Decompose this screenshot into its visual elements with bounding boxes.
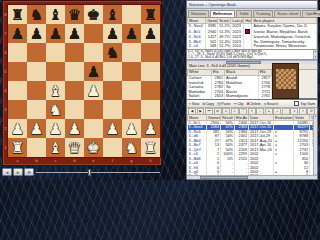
white-bishop[interactable]: ♝ [49,138,62,157]
square-a8[interactable]: ♜ [8,5,27,24]
square-e5[interactable]: ♟ [84,62,103,81]
square-b7[interactable]: ♟ [27,24,46,43]
delete-label: Delete [250,102,260,106]
square-a7[interactable]: ♟ [8,24,27,43]
filter-icon[interactable]: ♙ [265,108,273,115]
black-pawn[interactable]: ♟ [49,24,62,43]
black-pawn[interactable]: ♟ [87,62,100,81]
black-rook[interactable]: ♜ [11,5,24,24]
filter-icon[interactable]: − [282,108,290,115]
square-e8[interactable]: ♚ [84,5,103,24]
hot-icon [245,29,250,34]
black-queen[interactable]: ♛ [68,5,81,24]
move-cell: 3...Bc5 [188,29,206,36]
copy-label: Copy [206,102,214,106]
square-a3[interactable] [8,100,27,119]
clip-icon: ✂ [234,101,237,106]
tab-notation[interactable]: Notation [188,10,209,17]
black-knight[interactable]: ♞ [106,43,119,62]
square-d6[interactable] [65,43,84,62]
tab-openings-book[interactable]: Openings Book [302,10,320,17]
board-nav-back-button[interactable]: ◂ [2,168,12,176]
square-h3[interactable] [141,100,160,119]
square-b4[interactable] [27,81,46,100]
piece-filter-toolbar: ◀▶⏮⏭♔♕♖♗♘♙+−±×⟳ [187,108,317,115]
square-f5[interactable] [103,62,122,81]
square-c8[interactable]: ♝ [46,5,65,24]
square-a2[interactable]: ♟ [8,119,27,138]
square-h5[interactable] [141,62,160,81]
square-d2[interactable]: ♟ [65,119,84,138]
square-c6[interactable] [46,43,65,62]
square-d4[interactable] [65,81,84,100]
filter-icon[interactable]: ◀ [188,108,196,115]
white-pawn[interactable]: ♟ [68,119,81,138]
new-label: New [192,102,199,106]
filter-icon[interactable]: ⟳ [307,108,315,115]
square-g3[interactable] [122,100,141,119]
white-king[interactable]: ♚ [87,138,100,157]
paste-label: Paste [221,102,230,106]
white-pawn[interactable]: ♟ [125,119,138,138]
search-button[interactable]: ●Search [264,101,278,106]
filter-icon[interactable]: × [299,108,307,115]
square-b8[interactable]: ♞ [27,5,46,24]
square-d5[interactable] [65,62,84,81]
square-a4[interactable] [8,81,27,100]
copy-button[interactable]: ⧉Copy [202,101,214,106]
square-h8[interactable]: ♜ [141,5,160,24]
square-f8[interactable]: ♝ [103,5,122,24]
square-e7[interactable] [84,24,103,43]
filter-icon[interactable]: ♗ [248,108,256,115]
tab-table[interactable]: Table [236,10,252,17]
board-nav-play-button[interactable]: ➤ [24,168,34,176]
white-knight[interactable]: ♞ [125,138,138,157]
square-f3[interactable] [103,100,122,119]
white-pawn[interactable]: ♟ [106,119,119,138]
book-moves-table: MoveGamesResultElo-AvDateEvaluationVisit… [187,115,316,179]
square-h7[interactable]: ♟ [141,24,160,43]
filter-icon[interactable]: ♖ [239,108,247,115]
chess-board[interactable]: ♜♞♝♛♚♝♜♟♟♟♟♟♟♟♞♟♝♟♞♟♟♟♟♟♟♟♜♝♛♚♞♜ [8,5,160,157]
new-icon: ★ [188,101,192,106]
paste-button[interactable]: ▤Paste [217,101,230,106]
white-pawn[interactable]: ♟ [87,81,100,100]
square-g1[interactable]: ♞ [122,138,141,157]
white-pawn[interactable]: ♟ [11,119,24,138]
square-c1[interactable]: ♝ [46,138,65,157]
filter-icon[interactable]: ♘ [256,108,264,115]
black-pawn[interactable]: ♟ [106,24,119,43]
variations-vscroll[interactable]: ▲▼ [313,50,317,59]
black-knight[interactable]: ♞ [30,5,43,24]
square-a5[interactable] [8,62,27,81]
white-rook[interactable]: ♜ [11,138,24,157]
black-bishop[interactable]: ♝ [106,5,119,24]
square-h6[interactable] [141,43,160,62]
players-cell: Adams, Karjakin, Djamic, Div, D [252,24,317,29]
last-played-cell: 2023 [231,29,244,36]
square-f6[interactable]: ♞ [103,43,122,62]
mini-board-preview[interactable] [272,63,299,99]
tab-score-sheet[interactable]: Score sheet [274,10,301,17]
top-games-label: Top Gam [300,102,315,106]
black-pawn[interactable]: ♟ [30,24,43,43]
square-e4[interactable]: ♟ [84,81,103,100]
square-g5[interactable] [122,62,141,81]
square-c7[interactable]: ♟ [46,24,65,43]
square-f1[interactable] [103,138,122,157]
black-pawn[interactable]: ♟ [144,24,157,43]
mini-board-squares [276,69,296,89]
tab-scroll-icon[interactable]: ▸ [314,10,316,15]
black-king[interactable]: ♚ [87,5,100,24]
players-cell: Ivanov, Bacrot, Mejakhov, Baruk [252,29,317,36]
score-cell: 51.3% [218,29,231,36]
white-bishop[interactable]: ♝ [49,81,62,100]
reference-moves-table: MoveGamesScoreLast playedHotBest players… [187,18,317,49]
filter-icon[interactable]: ♔ [222,108,230,115]
game-position-slider-thumb[interactable] [88,169,91,176]
square-b5[interactable] [27,62,46,81]
search-label: Search [267,102,278,106]
filter-icon[interactable]: ⏭ [214,108,222,115]
score-cell: 51.2% [218,24,231,29]
white-knight[interactable]: ♞ [49,100,62,119]
square-h1[interactable]: ♜ [141,138,160,157]
square-c2[interactable]: ♟ [46,119,65,138]
square-d7[interactable]: ♟ [65,24,84,43]
square-g6[interactable] [122,43,141,62]
square-a6[interactable] [8,43,27,62]
black-pawn[interactable]: ♟ [125,24,138,43]
square-d1[interactable]: ♛ [65,138,84,157]
square-b1[interactable] [27,138,46,157]
file-labels: abcdefgh [8,158,160,164]
square-e6[interactable] [84,43,103,62]
book-table-vscroll[interactable]: ▲▼ [313,115,317,177]
square-h4[interactable] [141,81,160,100]
square-h2[interactable]: ♟ [141,119,160,138]
square-c3[interactable]: ♞ [46,100,65,119]
square-f7[interactable]: ♟ [103,24,122,43]
reference-window: Notation + Openings Book NotationReferen… [186,0,318,99]
book-toolbar: ★New⧉Copy▤Paste✂Clip✖Delete●Search Top G… [187,100,317,108]
square-e1[interactable]: ♚ [84,138,103,157]
clip-button[interactable]: ✂Clip [234,101,244,106]
reference-tabs: NotationReferenceTableTrainingScore shee… [187,9,317,18]
square-b3[interactable] [27,100,46,119]
square-f4[interactable] [103,81,122,100]
top-games-toggle[interactable]: Top Gam [294,101,315,106]
square-c4[interactable]: ♝ [46,81,65,100]
tab-reference[interactable]: Reference [210,10,235,17]
black-pawn[interactable]: ♟ [68,24,81,43]
reference-window-title[interactable]: Notation + Openings Book [187,1,317,9]
filter-icon[interactable]: ⏮ [205,108,213,115]
games-cell: 3985 [206,24,218,29]
square-g2[interactable]: ♟ [122,119,141,138]
result-cell: 100% [221,152,235,156]
square-d8[interactable]: ♛ [65,5,84,24]
board-controls: ◂ ▸ ➤ [2,168,162,178]
reference-move-row[interactable]: 3...Bc5294051.3%2023Ivanov, Bacrot, Meja… [188,29,317,36]
square-b6[interactable] [27,43,46,62]
chess-board-frame: 87654321 ♜♞♝♛♚♝♜♟♟♟♟♟♟♟♞♟♝♟♞♟♟♟♟♟♟♟♜♝♛♚♞… [2,0,162,166]
book-table-hscroll[interactable] [187,175,317,179]
filter-icon[interactable]: ± [290,108,298,115]
clip-label: Clip [237,102,243,106]
hot-cell [244,29,252,36]
games-cell: 2940 [206,29,218,36]
square-e3[interactable] [84,100,103,119]
openings-book-window: ★New⧉Copy▤Paste✂Clip✖Delete●Search Top G… [186,99,318,180]
black-rook[interactable]: ♜ [144,5,157,24]
square-g7[interactable]: ♟ [122,24,141,43]
top-games-checkbox[interactable] [294,101,299,106]
white-pawn[interactable]: ♟ [144,119,157,138]
square-e2[interactable] [84,119,103,138]
square-d3[interactable] [65,100,84,119]
delete-icon: ✖ [247,101,250,106]
square-g8[interactable] [122,5,141,24]
paste-icon: ▤ [217,101,221,106]
square-f2[interactable]: ♟ [103,119,122,138]
white-pawn[interactable]: ♟ [49,119,62,138]
square-b2[interactable]: ♟ [27,119,46,138]
filter-icon[interactable]: ▶ [197,108,205,115]
new-button[interactable]: ★New [188,101,199,106]
black-bishop[interactable]: ♝ [49,5,62,24]
variations-box[interactable]: 0-1, 34: 3...Nxe4 4.Qh5 Nd6 5.Bb3 Nc6 6.… [187,49,317,60]
filter-icon[interactable]: + [273,108,281,115]
white-queen[interactable]: ♛ [68,138,81,157]
square-g4[interactable] [122,81,141,100]
tab-training[interactable]: Training [253,10,273,17]
filter-icon[interactable]: ♕ [231,108,239,115]
white-rook[interactable]: ♜ [144,138,157,157]
square-c5[interactable] [46,62,65,81]
square-a1[interactable]: ♜ [8,138,27,157]
board-nav-forward-button[interactable]: ▸ [13,168,23,176]
white-pawn[interactable]: ♟ [30,119,43,138]
delete-button[interactable]: ✖Delete [247,101,261,106]
game-position-slider-track[interactable] [36,172,160,173]
black-pawn[interactable]: ♟ [11,24,24,43]
